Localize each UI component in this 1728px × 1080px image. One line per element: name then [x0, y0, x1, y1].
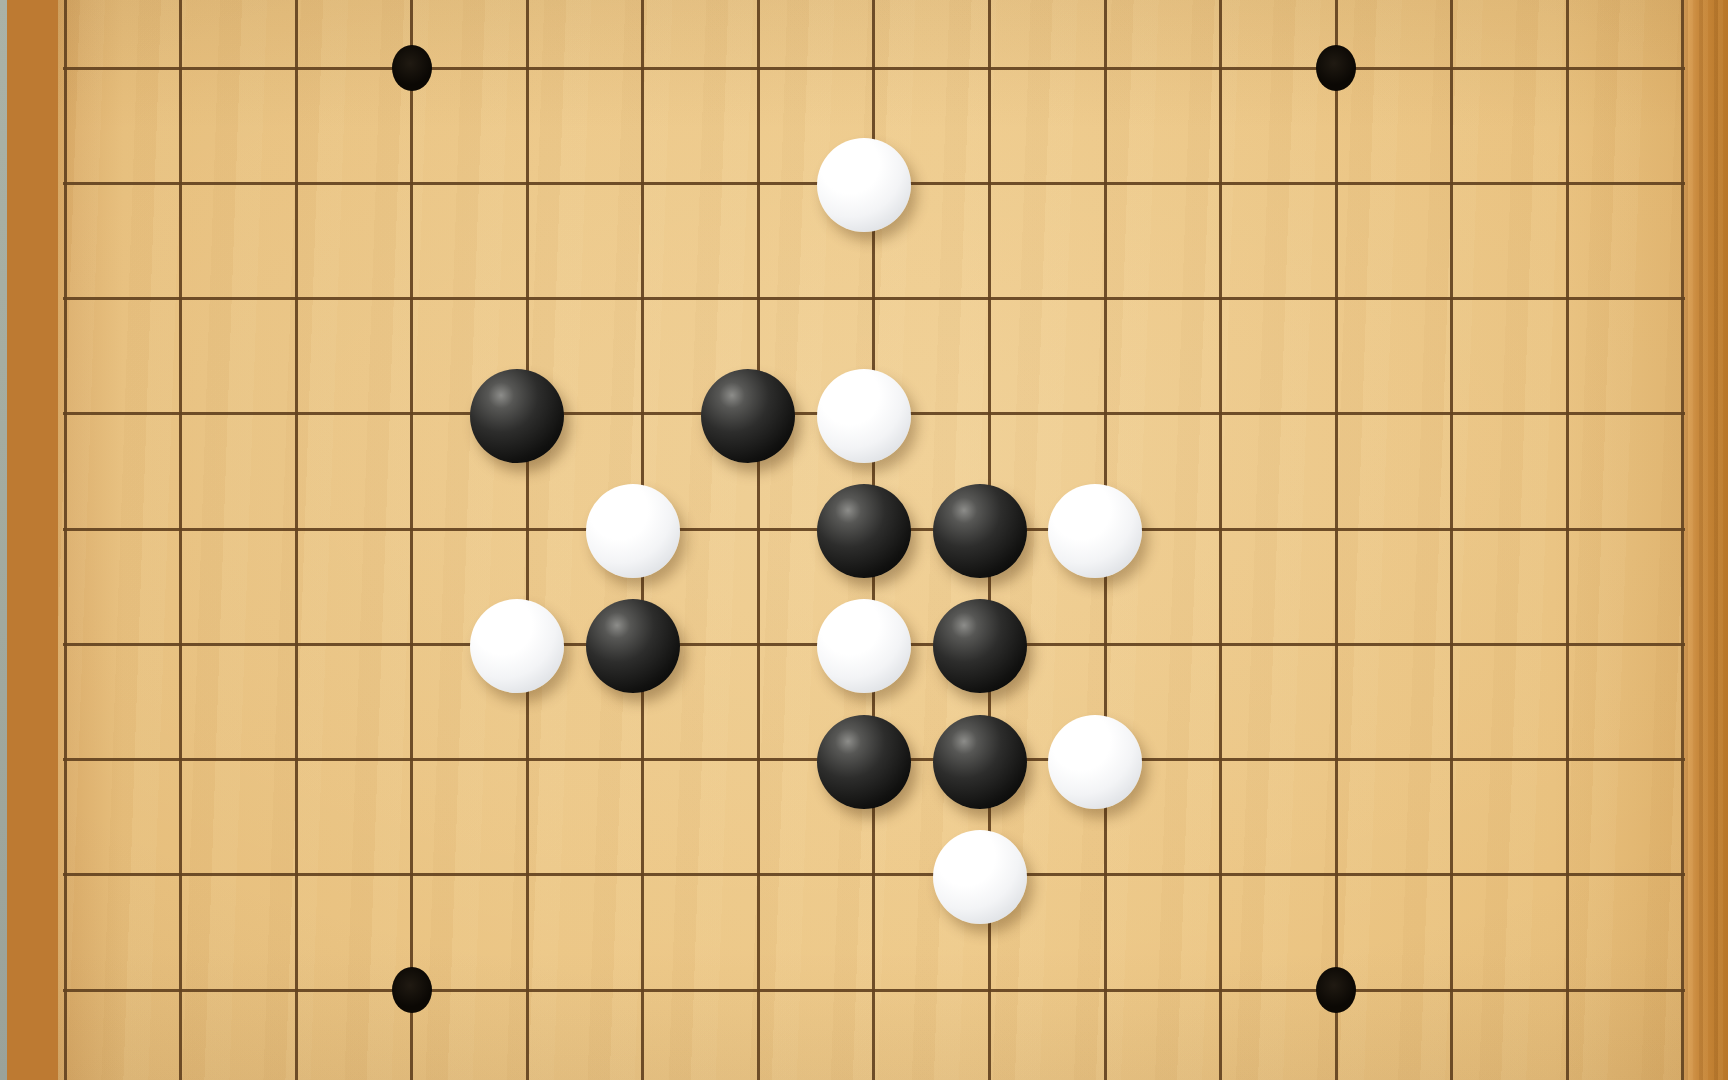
star-point [392, 45, 432, 91]
black-stone [817, 484, 911, 578]
star-point [1316, 45, 1356, 91]
white-stone [1048, 715, 1142, 809]
grid-vline [1219, 0, 1222, 1080]
screen-edge-strip [0, 0, 7, 1080]
grid-vline [526, 0, 529, 1080]
grid-vline [1566, 0, 1569, 1080]
black-stone [933, 484, 1027, 578]
grid-vline [295, 0, 298, 1080]
white-stone [470, 599, 564, 693]
grid-vline [1450, 0, 1453, 1080]
grid-hline [63, 873, 1685, 876]
white-stone [817, 599, 911, 693]
white-stone [586, 484, 680, 578]
white-stone [817, 369, 911, 463]
grid-hline [63, 67, 1685, 70]
black-stone [817, 715, 911, 809]
star-point [1316, 967, 1356, 1013]
black-stone [470, 369, 564, 463]
grid-vline [757, 0, 760, 1080]
black-stone [586, 599, 680, 693]
white-stone [1048, 484, 1142, 578]
grid-hline [63, 989, 1685, 992]
board-viewport [0, 0, 1728, 1080]
grid-vline [64, 0, 67, 1080]
grid-vline [179, 0, 182, 1080]
black-stone [933, 715, 1027, 809]
grid-vline [410, 0, 413, 1080]
white-stone [933, 830, 1027, 924]
grid-vline [1681, 0, 1684, 1080]
white-stone [817, 138, 911, 232]
black-stone [933, 599, 1027, 693]
grid-vline [1335, 0, 1338, 1080]
grid-hline [63, 297, 1685, 300]
board-left-frame [7, 0, 58, 1080]
board-right-frame [1684, 0, 1728, 1080]
black-stone [701, 369, 795, 463]
star-point [392, 967, 432, 1013]
